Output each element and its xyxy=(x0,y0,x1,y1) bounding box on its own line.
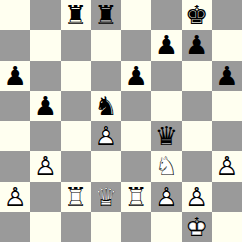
piece-black-pawn[interactable]: ♟ xyxy=(0,61,30,91)
white-piece-outline: ♙ xyxy=(91,121,121,151)
square-h2[interactable] xyxy=(212,182,242,212)
square-d7[interactable] xyxy=(91,30,121,60)
square-h8[interactable] xyxy=(212,0,242,30)
square-f3[interactable]: ♞♘ xyxy=(151,151,181,181)
piece-black-pawn[interactable]: ♟ xyxy=(212,61,242,91)
square-b5[interactable]: ♟ xyxy=(30,91,60,121)
square-b1[interactable] xyxy=(30,212,60,242)
square-g5[interactable] xyxy=(182,91,212,121)
square-b8[interactable] xyxy=(30,0,60,30)
square-a5[interactable] xyxy=(0,91,30,121)
square-a2[interactable]: ♟♙ xyxy=(0,182,30,212)
piece-black-knight[interactable]: ♞ xyxy=(91,91,121,121)
square-c4[interactable] xyxy=(61,121,91,151)
piece-white-pawn[interactable]: ♟♙ xyxy=(182,182,212,212)
square-b2[interactable] xyxy=(30,182,60,212)
white-piece-outline: ♖ xyxy=(61,182,91,212)
piece-black-rook[interactable]: ♜ xyxy=(61,0,91,30)
square-d1[interactable] xyxy=(91,212,121,242)
square-d2[interactable]: ♛♕ xyxy=(91,182,121,212)
square-f8[interactable] xyxy=(151,0,181,30)
square-h4[interactable] xyxy=(212,121,242,151)
square-f2[interactable]: ♟♙ xyxy=(151,182,181,212)
square-b6[interactable] xyxy=(30,61,60,91)
piece-black-king[interactable]: ♚ xyxy=(182,0,212,30)
piece-white-pawn[interactable]: ♟♙ xyxy=(151,182,181,212)
square-f4[interactable]: ♛ xyxy=(151,121,181,151)
square-e2[interactable]: ♜♖ xyxy=(121,182,151,212)
square-b3[interactable]: ♟♙ xyxy=(30,151,60,181)
square-e6[interactable]: ♟ xyxy=(121,61,151,91)
square-c8[interactable]: ♜ xyxy=(61,0,91,30)
square-f5[interactable] xyxy=(151,91,181,121)
square-d3[interactable] xyxy=(91,151,121,181)
white-piece-outline: ♙ xyxy=(30,151,60,181)
square-c3[interactable] xyxy=(61,151,91,181)
square-a6[interactable]: ♟ xyxy=(0,61,30,91)
black-piece-glyph: ♞ xyxy=(91,91,121,121)
square-g6[interactable] xyxy=(182,61,212,91)
square-e4[interactable] xyxy=(121,121,151,151)
white-piece-outline: ♙ xyxy=(212,151,242,181)
square-a8[interactable] xyxy=(0,0,30,30)
piece-black-queen[interactable]: ♛ xyxy=(151,121,181,151)
black-piece-glyph: ♟ xyxy=(151,30,181,60)
square-e7[interactable] xyxy=(121,30,151,60)
white-piece-outline: ♙ xyxy=(0,182,30,212)
square-a4[interactable] xyxy=(0,121,30,151)
white-piece-outline: ♘ xyxy=(151,151,181,181)
piece-black-pawn[interactable]: ♟ xyxy=(151,30,181,60)
piece-white-rook[interactable]: ♜♖ xyxy=(121,182,151,212)
square-h1[interactable] xyxy=(212,212,242,242)
square-g2[interactable]: ♟♙ xyxy=(182,182,212,212)
white-piece-outline: ♖ xyxy=(121,182,151,212)
black-piece-glyph: ♛ xyxy=(151,121,181,151)
square-h5[interactable] xyxy=(212,91,242,121)
square-h6[interactable]: ♟ xyxy=(212,61,242,91)
piece-black-pawn[interactable]: ♟ xyxy=(182,30,212,60)
square-d5[interactable]: ♞ xyxy=(91,91,121,121)
square-g7[interactable]: ♟ xyxy=(182,30,212,60)
square-d6[interactable] xyxy=(91,61,121,91)
square-g8[interactable]: ♚ xyxy=(182,0,212,30)
square-c6[interactable] xyxy=(61,61,91,91)
black-piece-glyph: ♟ xyxy=(182,30,212,60)
square-a3[interactable] xyxy=(0,151,30,181)
white-piece-outline: ♕ xyxy=(91,182,121,212)
piece-white-pawn[interactable]: ♟♙ xyxy=(30,151,60,181)
square-g1[interactable]: ♚♔ xyxy=(182,212,212,242)
piece-white-pawn[interactable]: ♟♙ xyxy=(91,121,121,151)
square-c1[interactable] xyxy=(61,212,91,242)
piece-white-knight[interactable]: ♞♘ xyxy=(151,151,181,181)
square-b7[interactable] xyxy=(30,30,60,60)
black-piece-glyph: ♚ xyxy=(182,0,212,30)
square-f6[interactable] xyxy=(151,61,181,91)
square-d8[interactable]: ♜ xyxy=(91,0,121,30)
white-piece-outline: ♙ xyxy=(151,182,181,212)
square-f7[interactable]: ♟ xyxy=(151,30,181,60)
square-a1[interactable] xyxy=(0,212,30,242)
square-g3[interactable] xyxy=(182,151,212,181)
square-h7[interactable] xyxy=(212,30,242,60)
black-piece-glyph: ♟ xyxy=(212,61,242,91)
black-piece-glyph: ♟ xyxy=(0,61,30,91)
square-c7[interactable] xyxy=(61,30,91,60)
square-a7[interactable] xyxy=(0,30,30,60)
square-h3[interactable]: ♟♙ xyxy=(212,151,242,181)
piece-black-rook[interactable]: ♜ xyxy=(91,0,121,30)
white-piece-outline: ♙ xyxy=(182,182,212,212)
square-e5[interactable] xyxy=(121,91,151,121)
square-e8[interactable] xyxy=(121,0,151,30)
square-b4[interactable] xyxy=(30,121,60,151)
square-f1[interactable] xyxy=(151,212,181,242)
piece-white-pawn[interactable]: ♟♙ xyxy=(0,182,30,212)
black-piece-glyph: ♟ xyxy=(30,91,60,121)
square-g4[interactable] xyxy=(182,121,212,151)
piece-white-king[interactable]: ♚♔ xyxy=(182,212,212,242)
piece-black-pawn[interactable]: ♟ xyxy=(121,61,151,91)
black-piece-glyph: ♟ xyxy=(121,61,151,91)
piece-white-rook[interactable]: ♜♖ xyxy=(61,182,91,212)
square-e3[interactable] xyxy=(121,151,151,181)
square-d4[interactable]: ♟♙ xyxy=(91,121,121,151)
square-c2[interactable]: ♜♖ xyxy=(61,182,91,212)
square-c5[interactable] xyxy=(61,91,91,121)
black-piece-glyph: ♜ xyxy=(61,0,91,30)
piece-black-pawn[interactable]: ♟ xyxy=(30,91,60,121)
chess-board: ♜♜♚♟♟♟♟♟♟♞♟♙♛♟♙♞♘♟♙♟♙♜♖♛♕♜♖♟♙♟♙♚♔ xyxy=(0,0,242,242)
black-piece-glyph: ♜ xyxy=(91,0,121,30)
white-piece-outline: ♔ xyxy=(182,212,212,242)
square-e1[interactable] xyxy=(121,212,151,242)
piece-white-queen[interactable]: ♛♕ xyxy=(91,182,121,212)
piece-white-pawn[interactable]: ♟♙ xyxy=(212,151,242,181)
